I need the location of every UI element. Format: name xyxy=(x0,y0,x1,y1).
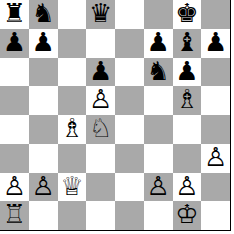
square-d1[interactable] xyxy=(86,201,115,230)
piece-white-knight: ♘ xyxy=(89,115,112,143)
square-d4[interactable]: ♘ xyxy=(86,115,115,144)
square-d7[interactable] xyxy=(86,29,115,58)
square-g8[interactable]: ♚ xyxy=(173,0,202,29)
square-d6[interactable]: ♟ xyxy=(86,58,115,87)
square-h1[interactable] xyxy=(201,201,230,230)
square-f8[interactable] xyxy=(144,0,173,29)
piece-white-pawn: ♙ xyxy=(146,173,169,201)
piece-black-pawn: ♟ xyxy=(3,29,26,57)
square-c7[interactable] xyxy=(58,29,87,58)
square-a8[interactable]: ♜ xyxy=(0,0,29,29)
square-g3[interactable] xyxy=(173,144,202,173)
square-f4[interactable] xyxy=(144,115,173,144)
square-d8[interactable]: ♛ xyxy=(86,0,115,29)
square-b6[interactable] xyxy=(29,58,58,87)
square-b3[interactable] xyxy=(29,144,58,173)
square-c4[interactable]: ♗ xyxy=(58,115,87,144)
piece-black-pawn: ♟ xyxy=(175,58,198,86)
square-g7[interactable]: ♝ xyxy=(173,29,202,58)
square-f3[interactable] xyxy=(144,144,173,173)
square-h7[interactable]: ♟ xyxy=(201,29,230,58)
square-e7[interactable] xyxy=(115,29,144,58)
piece-black-pawn: ♟ xyxy=(146,29,169,57)
square-b7[interactable]: ♟ xyxy=(29,29,58,58)
square-f6[interactable]: ♞ xyxy=(144,58,173,87)
square-c1[interactable] xyxy=(58,201,87,230)
square-b4[interactable] xyxy=(29,115,58,144)
square-a3[interactable] xyxy=(0,144,29,173)
square-e6[interactable] xyxy=(115,58,144,87)
square-c8[interactable] xyxy=(58,0,87,29)
square-c3[interactable] xyxy=(58,144,87,173)
square-g2[interactable]: ♙ xyxy=(173,173,202,202)
piece-white-bishop: ♗ xyxy=(175,86,198,114)
square-b2[interactable]: ♙ xyxy=(29,173,58,202)
square-d5[interactable]: ♙ xyxy=(86,86,115,115)
square-h4[interactable] xyxy=(201,115,230,144)
piece-black-pawn: ♟ xyxy=(204,29,227,57)
square-a2[interactable]: ♙ xyxy=(0,173,29,202)
chess-diagram: ♜♞♛♚♟♟♟♝♟♟♞♟♙♗♗♘♙♙♙♕♙♙♖♔ xyxy=(0,0,231,231)
square-g1[interactable]: ♔ xyxy=(173,201,202,230)
square-f2[interactable]: ♙ xyxy=(144,173,173,202)
chess-board: ♜♞♛♚♟♟♟♝♟♟♞♟♙♗♗♘♙♙♙♕♙♙♖♔ xyxy=(0,0,231,231)
square-h5[interactable] xyxy=(201,86,230,115)
square-g4[interactable] xyxy=(173,115,202,144)
square-c5[interactable] xyxy=(58,86,87,115)
square-e4[interactable] xyxy=(115,115,144,144)
piece-white-bishop: ♗ xyxy=(60,115,83,143)
square-a1[interactable]: ♖ xyxy=(0,201,29,230)
piece-white-pawn: ♙ xyxy=(89,86,112,114)
square-c6[interactable] xyxy=(58,58,87,87)
square-d2[interactable] xyxy=(86,173,115,202)
piece-white-pawn: ♙ xyxy=(204,144,227,172)
piece-black-knight: ♞ xyxy=(31,0,54,28)
square-h8[interactable] xyxy=(201,0,230,29)
square-e1[interactable] xyxy=(115,201,144,230)
piece-black-knight: ♞ xyxy=(146,58,169,86)
square-b5[interactable] xyxy=(29,86,58,115)
piece-black-bishop: ♝ xyxy=(175,29,198,57)
piece-white-pawn: ♙ xyxy=(31,173,54,201)
square-g6[interactable]: ♟ xyxy=(173,58,202,87)
square-a5[interactable] xyxy=(0,86,29,115)
square-h2[interactable] xyxy=(201,173,230,202)
square-b1[interactable] xyxy=(29,201,58,230)
square-e8[interactable] xyxy=(115,0,144,29)
piece-black-king: ♚ xyxy=(175,0,198,28)
piece-white-king: ♔ xyxy=(175,201,198,229)
square-e5[interactable] xyxy=(115,86,144,115)
piece-black-pawn: ♟ xyxy=(31,29,54,57)
square-h6[interactable] xyxy=(201,58,230,87)
piece-black-pawn: ♟ xyxy=(89,58,112,86)
piece-white-pawn: ♙ xyxy=(3,173,26,201)
square-c2[interactable]: ♕ xyxy=(58,173,87,202)
piece-white-rook: ♖ xyxy=(3,201,26,229)
square-a7[interactable]: ♟ xyxy=(0,29,29,58)
piece-white-pawn: ♙ xyxy=(175,173,198,201)
square-f7[interactable]: ♟ xyxy=(144,29,173,58)
piece-black-rook: ♜ xyxy=(3,0,26,28)
square-e3[interactable] xyxy=(115,144,144,173)
square-e2[interactable] xyxy=(115,173,144,202)
square-a6[interactable] xyxy=(0,58,29,87)
square-d3[interactable] xyxy=(86,144,115,173)
square-f1[interactable] xyxy=(144,201,173,230)
piece-black-queen: ♛ xyxy=(89,0,112,28)
square-g5[interactable]: ♗ xyxy=(173,86,202,115)
square-a4[interactable] xyxy=(0,115,29,144)
square-b8[interactable]: ♞ xyxy=(29,0,58,29)
square-h3[interactable]: ♙ xyxy=(201,144,230,173)
square-f5[interactable] xyxy=(144,86,173,115)
piece-white-queen: ♕ xyxy=(60,173,83,201)
